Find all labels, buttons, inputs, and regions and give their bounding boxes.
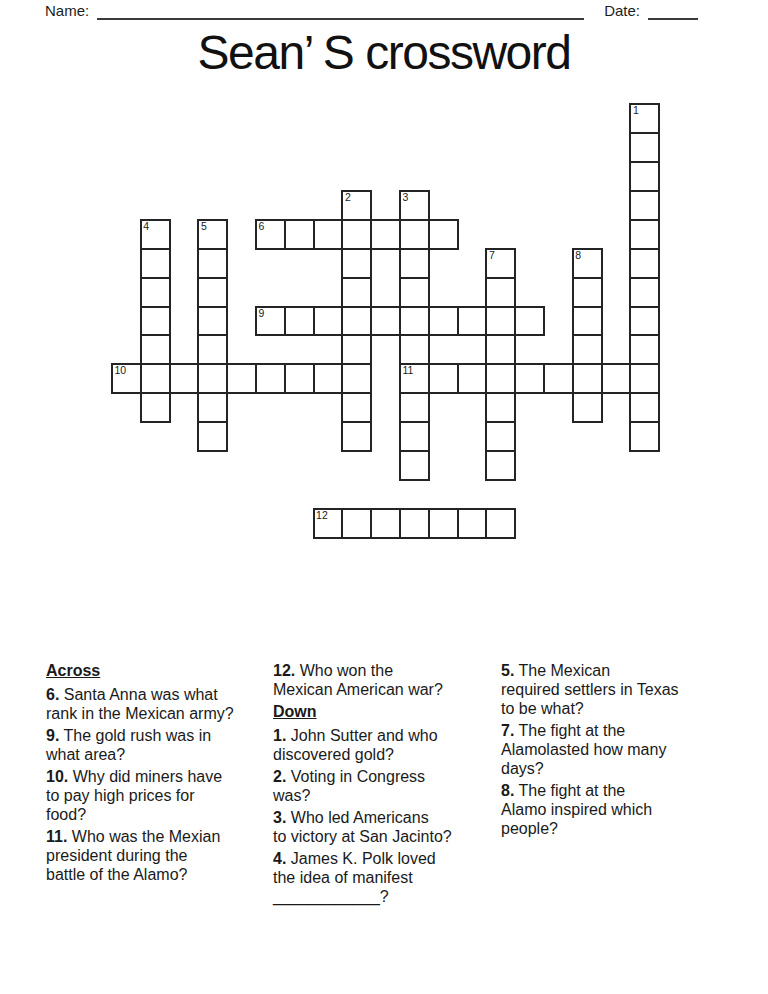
clue-start-number-3: 3 [403,192,409,203]
grid-cell-r14c8[interactable] [341,508,372,539]
grid-cell-r6c8[interactable] [341,277,372,308]
grid-cell-r9c6[interactable] [284,363,315,394]
grid-cell-r6c3[interactable] [197,277,228,308]
grid-cell-r4c6[interactable] [284,219,315,250]
grid-cell-r14c7[interactable]: 12 [313,508,344,539]
grid-cell-r6c16[interactable] [572,277,603,308]
clue-number: 7. [501,722,514,739]
grid-cell-r14c11[interactable] [428,508,459,539]
grid-cell-r9c12[interactable] [457,363,488,394]
grid-cell-r11c8[interactable] [341,421,372,452]
clue-across-10: 10. Why did miners have to pay high pric… [46,767,266,824]
grid-cell-r10c8[interactable] [341,392,372,423]
grid-cell-r3c18[interactable] [629,190,660,221]
clue-start-number-10: 10 [115,365,127,376]
grid-cell-r6c1[interactable] [140,277,171,308]
clue-number: 10. [46,768,68,785]
grid-cell-r14c13[interactable] [485,508,516,539]
grid-cell-r4c10[interactable] [399,219,430,250]
grid-cell-r5c13[interactable]: 7 [485,248,516,279]
grid-cell-r1c18[interactable] [629,132,660,163]
across-header: Across [46,661,266,680]
page-title: Sean’ S crossword [0,26,768,80]
clue-number: 6. [46,686,59,703]
grid-cell-r9c13[interactable] [485,363,516,394]
grid-cell-r4c7[interactable] [313,219,344,250]
grid-cell-r12c13[interactable] [485,450,516,481]
grid-cell-r7c12[interactable] [457,306,488,337]
grid-cell-r9c0[interactable]: 10 [111,363,142,394]
clue-across-9: 9. The gold rush was in what area? [46,726,266,764]
grid-cell-r4c5[interactable]: 6 [255,219,286,250]
clue-down-3: 3. Who led Americans to victory at San J… [273,808,493,846]
grid-cell-r7c3[interactable] [197,306,228,337]
clues-column-right: 5. The Mexican required settlers in Texa… [501,661,721,841]
clue-text: Who was the Mexian president during the … [46,828,220,883]
clue-down-5: 5. The Mexican required settlers in Texa… [501,661,721,718]
clue-start-number-9: 9 [259,308,265,319]
grid-cell-r5c1[interactable] [140,248,171,279]
clue-text: Who won the Mexican American war? [273,662,443,698]
name-input-line[interactable] [97,3,584,20]
grid-cell-r8c18[interactable] [629,334,660,365]
grid-cell-r10c13[interactable] [485,392,516,423]
grid-cell-r14c10[interactable] [399,508,430,539]
grid-cell-r10c10[interactable] [399,392,430,423]
clue-down-2: 2. Voting in Congress was? [273,767,493,805]
grid-cell-r9c15[interactable] [543,363,574,394]
clue-down-4: 4. James K. Polk loved the idea of manif… [273,849,493,906]
grid-cell-r5c16[interactable]: 8 [572,248,603,279]
clue-across-6: 6. Santa Anna was what rank in the Mexic… [46,685,266,723]
grid-cell-r9c7[interactable] [313,363,344,394]
grid-cell-r8c10[interactable] [399,334,430,365]
down-header: Down [273,702,493,721]
clue-text: Santa Anna was what rank in the Mexican … [46,686,234,722]
grid-cell-r4c11[interactable] [428,219,459,250]
grid-cell-r9c5[interactable] [255,363,286,394]
grid-cell-r4c9[interactable] [370,219,401,250]
clue-text: The fight at the Alamolasted how many da… [501,722,666,777]
grid-cell-r10c3[interactable] [197,392,228,423]
clue-number: 1. [273,727,286,744]
clue-start-number-1: 1 [633,105,639,116]
crossword-grid: 123456789101112 [111,103,660,538]
clue-start-number-8: 8 [575,250,581,261]
grid-cell-r4c8[interactable] [341,219,372,250]
clue-start-number-5: 5 [201,221,207,232]
grid-cell-r8c16[interactable] [572,334,603,365]
grid-cell-r7c10[interactable] [399,306,430,337]
grid-cell-r9c16[interactable] [572,363,603,394]
grid-cell-r7c7[interactable] [313,306,344,337]
grid-cell-r9c17[interactable] [601,363,632,394]
clue-text: James K. Polk loved the idea of manifest… [273,850,436,905]
grid-cell-r5c3[interactable] [197,248,228,279]
grid-cell-r6c18[interactable] [629,277,660,308]
grid-cell-r3c10[interactable]: 3 [399,190,430,221]
grid-cell-r7c8[interactable] [341,306,372,337]
clue-down-1: 1. John Sutter and who discovered gold? [273,726,493,764]
clue-number: 9. [46,727,59,744]
grid-cell-r6c13[interactable] [485,277,516,308]
clue-text: The gold rush was in what area? [46,727,211,763]
grid-cell-r9c3[interactable] [197,363,228,394]
grid-cell-r4c3[interactable]: 5 [197,219,228,250]
crossword-worksheet: Name: Date: Sean’ S crossword 1234567891… [0,0,768,994]
grid-cell-r8c13[interactable] [485,334,516,365]
grid-cell-r5c10[interactable] [399,248,430,279]
clue-start-number-11: 11 [403,365,414,376]
clue-across-12: 12. Who won the Mexican American war? [273,661,493,699]
clues-column-middle: 12. Who won the Mexican American war? Do… [273,661,493,909]
date-label: Date: [604,2,640,20]
grid-cell-r5c8[interactable] [341,248,372,279]
grid-cell-r14c9[interactable] [370,508,401,539]
grid-cell-r9c14[interactable] [514,363,545,394]
grid-cell-r4c18[interactable] [629,219,660,250]
clue-text: Why did miners have to pay high prices f… [46,768,222,823]
grid-cell-r11c13[interactable] [485,421,516,452]
clue-start-number-12: 12 [316,510,328,521]
clue-start-number-7: 7 [489,250,495,261]
grid-cell-r9c18[interactable] [629,363,660,394]
clue-text: Who led Americans to victory at San Jaci… [273,809,452,845]
grid-cell-r12c10[interactable] [399,450,430,481]
grid-cell-r6c10[interactable] [399,277,430,308]
grid-cell-r9c2[interactable] [169,363,200,394]
clue-across-11: 11. Who was the Mexian president during … [46,827,266,884]
grid-cell-r7c18[interactable] [629,306,660,337]
grid-cell-r7c9[interactable] [370,306,401,337]
grid-cell-r9c11[interactable] [428,363,459,394]
clue-number: 2. [273,768,286,785]
clues-column-across: Across 6. Santa Anna was what rank in th… [46,661,266,887]
topbar: Name: Date: [45,2,698,20]
clue-number: 8. [501,782,514,799]
grid-cell-r10c1[interactable] [140,392,171,423]
grid-cell-r5c18[interactable] [629,248,660,279]
grid-cell-r10c18[interactable] [629,392,660,423]
grid-cell-r11c18[interactable] [629,421,660,452]
date-input-line[interactable] [648,3,698,20]
grid-cell-r8c8[interactable] [341,334,372,365]
grid-cell-r7c16[interactable] [572,306,603,337]
grid-cell-r14c12[interactable] [457,508,488,539]
grid-cell-r7c11[interactable] [428,306,459,337]
grid-cell-r9c4[interactable] [226,363,257,394]
grid-cell-r8c1[interactable] [140,334,171,365]
grid-cell-r7c5[interactable]: 9 [255,306,286,337]
grid-cell-r9c8[interactable] [341,363,372,394]
grid-cell-r7c14[interactable] [514,306,545,337]
clue-number: 11. [46,828,67,845]
name-label: Name: [45,2,89,20]
clue-number: 3. [273,809,286,826]
grid-cell-r2c18[interactable] [629,161,660,192]
clue-text: John Sutter and who discovered gold? [273,727,438,763]
clue-number: 12. [273,662,295,679]
clue-number: 4. [273,850,286,867]
clue-start-number-2: 2 [345,192,351,203]
clue-number: 5. [501,662,514,679]
grid-cell-r3c8[interactable]: 2 [341,190,372,221]
clue-down-7: 7. The fight at the Alamolasted how many… [501,721,721,778]
grid-cell-r10c16[interactable] [572,392,603,423]
clue-text: Voting in Congress was? [273,768,425,804]
grid-cell-r7c13[interactable] [485,306,516,337]
clue-start-number-6: 6 [259,221,265,232]
grid-cell-r8c3[interactable] [197,334,228,365]
grid-cell-r7c1[interactable] [140,306,171,337]
grid-cell-r9c1[interactable] [140,363,171,394]
grid-cell-r11c10[interactable] [399,421,430,452]
clue-text: The fight at the Alamo inspired which pe… [501,782,652,837]
grid-cell-r0c18[interactable]: 1 [629,103,660,134]
grid-cell-r7c6[interactable] [284,306,315,337]
grid-cell-r4c1[interactable]: 4 [140,219,171,250]
grid-cell-r11c3[interactable] [197,421,228,452]
clue-start-number-4: 4 [143,221,149,232]
grid-cell-r9c10[interactable]: 11 [399,363,430,394]
clue-down-8: 8. The fight at the Alamo inspired which… [501,781,721,838]
clue-text: The Mexican required settlers in Texas t… [501,662,679,717]
